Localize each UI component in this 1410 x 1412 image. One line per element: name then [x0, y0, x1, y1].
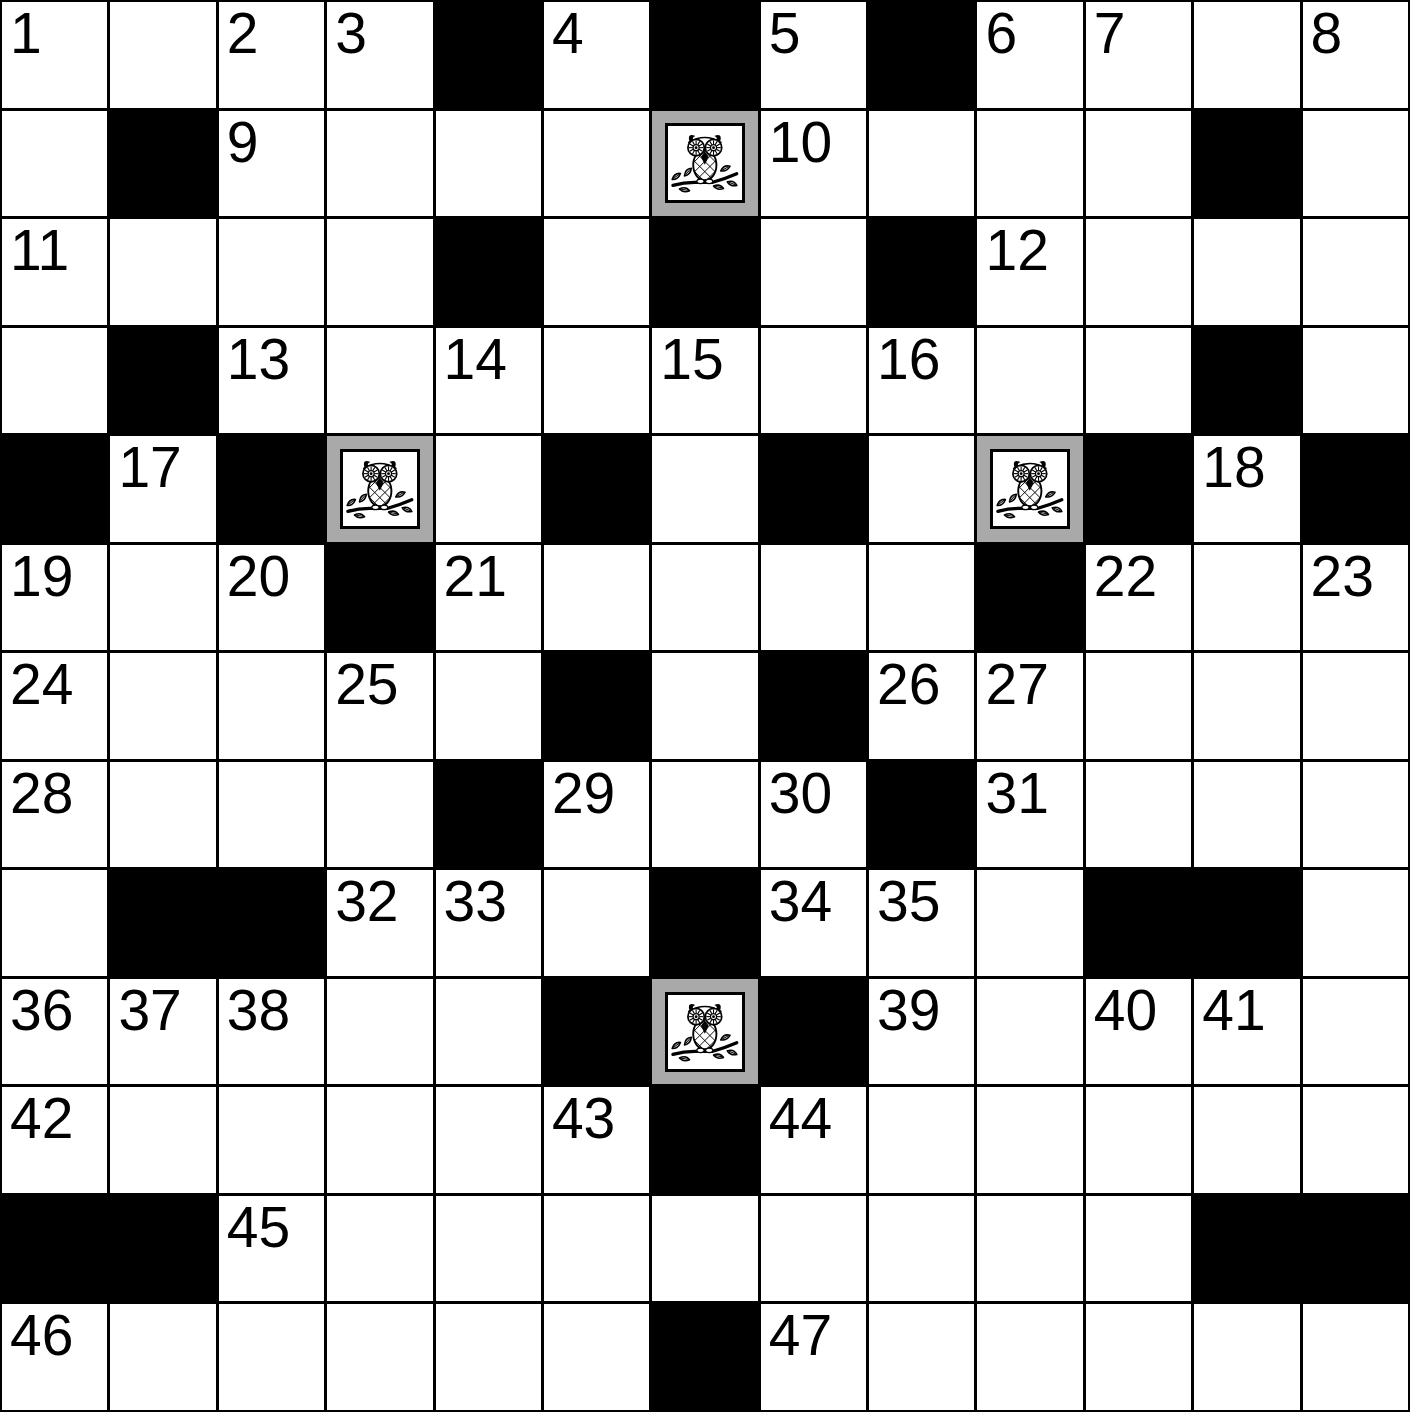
- cell-r7c13[interactable]: [1303, 653, 1408, 759]
- clue-number: 10: [769, 112, 832, 174]
- clue-number: 41: [1202, 980, 1265, 1042]
- black-cell-r5c8: [761, 436, 866, 542]
- clue-number: 35: [877, 871, 940, 933]
- cell-r12c9[interactable]: [869, 1196, 974, 1302]
- clue-number: 17: [118, 437, 181, 499]
- clue-number: 24: [10, 654, 73, 716]
- cell-r3c13[interactable]: [1303, 219, 1408, 325]
- black-cell-r11c7: [652, 1087, 757, 1193]
- black-cell-r3c9: [869, 219, 974, 325]
- black-cell-r1c5: [436, 2, 541, 108]
- cell-r8c10[interactable]: 31: [977, 762, 1082, 868]
- clue-number: 26: [877, 654, 940, 716]
- cell-r13c10[interactable]: [977, 1304, 1082, 1410]
- cell-r2c5[interactable]: [436, 111, 541, 217]
- cell-r8c8[interactable]: 30: [761, 762, 866, 868]
- cell-r13c12[interactable]: [1194, 1304, 1299, 1410]
- clue-number: 33: [444, 871, 507, 933]
- clue-number: 27: [985, 654, 1048, 716]
- clue-number: 34: [769, 871, 832, 933]
- cell-r6c9[interactable]: [869, 545, 974, 651]
- clue-number: 29: [552, 763, 615, 825]
- black-cell-r12c1: [2, 1196, 107, 1302]
- cell-r9c6[interactable]: [544, 870, 649, 976]
- black-cell-r6c10: [977, 545, 1082, 651]
- cell-r11c2[interactable]: [110, 1087, 215, 1193]
- cell-r4c7[interactable]: 15: [652, 328, 757, 434]
- cell-r6c11[interactable]: 22: [1086, 545, 1191, 651]
- cell-r1c13[interactable]: 8: [1303, 2, 1408, 108]
- clue-number: 8: [1311, 3, 1343, 65]
- cell-r12c6[interactable]: [544, 1196, 649, 1302]
- owl-cell-r10c7: [652, 979, 757, 1085]
- cell-r8c3[interactable]: [219, 762, 324, 868]
- cell-r1c2[interactable]: [110, 2, 215, 108]
- cell-r12c4[interactable]: [327, 1196, 432, 1302]
- cell-r10c5[interactable]: [436, 979, 541, 1085]
- black-cell-r5c3: [219, 436, 324, 542]
- cell-r6c12[interactable]: [1194, 545, 1299, 651]
- cell-r3c12[interactable]: [1194, 219, 1299, 325]
- cell-r8c11[interactable]: [1086, 762, 1191, 868]
- cell-r12c8[interactable]: [761, 1196, 866, 1302]
- cell-r1c3[interactable]: 2: [219, 2, 324, 108]
- cell-r11c5[interactable]: [436, 1087, 541, 1193]
- cell-r4c5[interactable]: 14: [436, 328, 541, 434]
- cell-r7c9[interactable]: 26: [869, 653, 974, 759]
- cell-r12c10[interactable]: [977, 1196, 1082, 1302]
- cell-r9c9[interactable]: 35: [869, 870, 974, 976]
- cell-r6c7[interactable]: [652, 545, 757, 651]
- black-cell-r12c2: [110, 1196, 215, 1302]
- black-cell-r9c7: [652, 870, 757, 976]
- black-cell-r7c8: [761, 653, 866, 759]
- black-cell-r2c2: [110, 111, 215, 217]
- clue-number: 30: [769, 763, 832, 825]
- cell-r9c5[interactable]: 33: [436, 870, 541, 976]
- black-cell-r5c13: [1303, 436, 1408, 542]
- cell-r11c11[interactable]: [1086, 1087, 1191, 1193]
- cell-r3c2[interactable]: [110, 219, 215, 325]
- cell-r2c11[interactable]: [1086, 111, 1191, 217]
- cell-r11c12[interactable]: [1194, 1087, 1299, 1193]
- cell-r2c1[interactable]: [2, 111, 107, 217]
- black-cell-r5c11: [1086, 436, 1191, 542]
- cell-r2c8[interactable]: 10: [761, 111, 866, 217]
- black-cell-r9c3: [219, 870, 324, 976]
- black-cell-r5c6: [544, 436, 649, 542]
- crossword-grid: 123456789: [0, 0, 1410, 1412]
- cell-r11c1[interactable]: 42: [2, 1087, 107, 1193]
- cell-r13c6[interactable]: [544, 1304, 649, 1410]
- clue-number: 38: [227, 980, 290, 1042]
- clue-number: 36: [10, 980, 73, 1042]
- cell-r6c6[interactable]: [544, 545, 649, 651]
- cell-r10c10[interactable]: [977, 979, 1082, 1085]
- black-cell-r2c12: [1194, 111, 1299, 217]
- clue-number: 42: [10, 1088, 73, 1150]
- black-cell-r4c2: [110, 328, 215, 434]
- cell-r11c13[interactable]: [1303, 1087, 1408, 1193]
- black-cell-r8c9: [869, 762, 974, 868]
- cell-r9c1[interactable]: [2, 870, 107, 976]
- cell-r7c3[interactable]: [219, 653, 324, 759]
- cell-r4c13[interactable]: [1303, 328, 1408, 434]
- cell-r3c11[interactable]: [1086, 219, 1191, 325]
- cell-r7c11[interactable]: [1086, 653, 1191, 759]
- cell-r1c1[interactable]: 1: [2, 2, 107, 108]
- cell-r3c4[interactable]: [327, 219, 432, 325]
- cell-r8c13[interactable]: [1303, 762, 1408, 868]
- cell-r13c3[interactable]: [219, 1304, 324, 1410]
- clue-number: 12: [985, 220, 1048, 282]
- cell-r12c11[interactable]: [1086, 1196, 1191, 1302]
- owl-icon: [995, 454, 1065, 524]
- cell-r3c10[interactable]: 12: [977, 219, 1082, 325]
- clue-number: 3: [335, 3, 367, 65]
- cell-r1c8[interactable]: 5: [761, 2, 866, 108]
- black-cell-r9c11: [1086, 870, 1191, 976]
- clue-number: 40: [1094, 980, 1157, 1042]
- clue-number: 15: [660, 329, 723, 391]
- clue-number: 1: [10, 3, 42, 65]
- owl-frame: [340, 449, 420, 529]
- clue-number: 44: [769, 1088, 832, 1150]
- cell-r13c13[interactable]: [1303, 1304, 1408, 1410]
- owl-cell-r5c10: [977, 436, 1082, 542]
- cell-r4c10[interactable]: [977, 328, 1082, 434]
- cell-r5c7[interactable]: [652, 436, 757, 542]
- cell-r13c1[interactable]: 46: [2, 1304, 107, 1410]
- cell-r4c8[interactable]: [761, 328, 866, 434]
- black-cell-r7c6: [544, 653, 649, 759]
- cell-r11c4[interactable]: [327, 1087, 432, 1193]
- cell-r10c3[interactable]: 38: [219, 979, 324, 1085]
- cell-r2c13[interactable]: [1303, 111, 1408, 217]
- cell-r6c13[interactable]: 23: [1303, 545, 1408, 651]
- cell-r13c4[interactable]: [327, 1304, 432, 1410]
- black-cell-r9c12: [1194, 870, 1299, 976]
- cell-r13c8[interactable]: 47: [761, 1304, 866, 1410]
- cell-r9c8[interactable]: 34: [761, 870, 866, 976]
- clue-number: 37: [118, 980, 181, 1042]
- cell-r10c9[interactable]: 39: [869, 979, 974, 1085]
- black-cell-r12c12: [1194, 1196, 1299, 1302]
- owl-cell-r5c4: [327, 436, 432, 542]
- owl-frame: [990, 449, 1070, 529]
- cell-r4c1[interactable]: [2, 328, 107, 434]
- cell-r2c6[interactable]: [544, 111, 649, 217]
- cell-r10c13[interactable]: [1303, 979, 1408, 1085]
- clue-number: 9: [227, 112, 259, 174]
- cell-r2c9[interactable]: [869, 111, 974, 217]
- black-cell-r10c6: [544, 979, 649, 1085]
- clue-number: 46: [10, 1305, 73, 1367]
- cell-r7c7[interactable]: [652, 653, 757, 759]
- cell-r10c1[interactable]: 36: [2, 979, 107, 1085]
- clue-number: 45: [227, 1197, 290, 1259]
- cell-r2c3[interactable]: 9: [219, 111, 324, 217]
- clue-number: 4: [552, 3, 584, 65]
- black-cell-r5c1: [2, 436, 107, 542]
- cell-r3c3[interactable]: [219, 219, 324, 325]
- black-cell-r8c5: [436, 762, 541, 868]
- cell-r3c1[interactable]: 11: [2, 219, 107, 325]
- cell-r6c1[interactable]: 19: [2, 545, 107, 651]
- clue-number: 31: [985, 763, 1048, 825]
- cell-r13c2[interactable]: [110, 1304, 215, 1410]
- cell-r13c5[interactable]: [436, 1304, 541, 1410]
- cell-r10c12[interactable]: 41: [1194, 979, 1299, 1085]
- cell-r1c11[interactable]: 7: [1086, 2, 1191, 108]
- cell-r4c4[interactable]: [327, 328, 432, 434]
- cell-r3c6[interactable]: [544, 219, 649, 325]
- cell-r7c10[interactable]: 27: [977, 653, 1082, 759]
- cell-r10c4[interactable]: [327, 979, 432, 1085]
- cell-r12c3[interactable]: 45: [219, 1196, 324, 1302]
- clue-number: 2: [227, 3, 259, 65]
- cell-r9c13[interactable]: [1303, 870, 1408, 976]
- cell-r3c8[interactable]: [761, 219, 866, 325]
- owl-icon: [670, 128, 740, 198]
- cell-r7c1[interactable]: 24: [2, 653, 107, 759]
- cell-r13c11[interactable]: [1086, 1304, 1191, 1410]
- owl-frame: [665, 123, 745, 203]
- owl-icon: [670, 997, 740, 1067]
- cell-r5c5[interactable]: [436, 436, 541, 542]
- clue-number: 28: [10, 763, 73, 825]
- cell-r7c5[interactable]: [436, 653, 541, 759]
- cell-r4c3[interactable]: 13: [219, 328, 324, 434]
- clue-number: 43: [552, 1088, 615, 1150]
- cell-r2c4[interactable]: [327, 111, 432, 217]
- clue-number: 6: [985, 3, 1017, 65]
- cell-r4c9[interactable]: 16: [869, 328, 974, 434]
- black-cell-r1c9: [869, 2, 974, 108]
- black-cell-r13c7: [652, 1304, 757, 1410]
- cell-r10c11[interactable]: 40: [1086, 979, 1191, 1085]
- clue-number: 47: [769, 1305, 832, 1367]
- owl-frame: [665, 992, 745, 1072]
- clue-number: 7: [1094, 3, 1126, 65]
- cell-r10c2[interactable]: 37: [110, 979, 215, 1085]
- cell-r6c5[interactable]: 21: [436, 545, 541, 651]
- cell-r5c12[interactable]: 18: [1194, 436, 1299, 542]
- clue-number: 19: [10, 546, 73, 608]
- clue-number: 13: [227, 329, 290, 391]
- cell-r1c12[interactable]: [1194, 2, 1299, 108]
- cell-r9c4[interactable]: 32: [327, 870, 432, 976]
- cell-r12c5[interactable]: [436, 1196, 541, 1302]
- black-cell-r4c12: [1194, 328, 1299, 434]
- cell-r7c2[interactable]: [110, 653, 215, 759]
- cell-r6c8[interactable]: [761, 545, 866, 651]
- cell-r11c3[interactable]: [219, 1087, 324, 1193]
- cell-r8c12[interactable]: [1194, 762, 1299, 868]
- black-cell-r10c8: [761, 979, 866, 1085]
- cell-r9c10[interactable]: [977, 870, 1082, 976]
- owl-cell-r2c7: [652, 111, 757, 217]
- cell-r1c4[interactable]: 3: [327, 2, 432, 108]
- clue-number: 11: [10, 220, 69, 282]
- clue-number: 20: [227, 546, 290, 608]
- cell-r5c2[interactable]: 17: [110, 436, 215, 542]
- cell-r8c7[interactable]: [652, 762, 757, 868]
- cell-r8c1[interactable]: 28: [2, 762, 107, 868]
- black-cell-r1c7: [652, 2, 757, 108]
- clue-number: 16: [877, 329, 940, 391]
- cell-r11c10[interactable]: [977, 1087, 1082, 1193]
- cell-r1c10[interactable]: 6: [977, 2, 1082, 108]
- clue-number: 25: [335, 654, 398, 716]
- cell-r8c2[interactable]: [110, 762, 215, 868]
- black-cell-r12c13: [1303, 1196, 1408, 1302]
- cell-r13c9[interactable]: [869, 1304, 974, 1410]
- clue-number: 39: [877, 980, 940, 1042]
- cell-r5c9[interactable]: [869, 436, 974, 542]
- cell-r12c7[interactable]: [652, 1196, 757, 1302]
- clue-number: 32: [335, 871, 398, 933]
- clue-number: 14: [444, 329, 507, 391]
- black-cell-r9c2: [110, 870, 215, 976]
- cell-r8c6[interactable]: 29: [544, 762, 649, 868]
- black-cell-r6c4: [327, 545, 432, 651]
- clue-number: 23: [1311, 546, 1374, 608]
- cell-r8c4[interactable]: [327, 762, 432, 868]
- cell-r11c6[interactable]: 43: [544, 1087, 649, 1193]
- cell-r1c6[interactable]: 4: [544, 2, 649, 108]
- clue-number: 22: [1094, 546, 1157, 608]
- cell-r7c4[interactable]: 25: [327, 653, 432, 759]
- clue-number: 21: [444, 546, 507, 608]
- cell-r11c9[interactable]: [869, 1087, 974, 1193]
- cell-r6c2[interactable]: [110, 545, 215, 651]
- clue-number: 5: [769, 3, 801, 65]
- cell-r2c10[interactable]: [977, 111, 1082, 217]
- cell-r4c11[interactable]: [1086, 328, 1191, 434]
- black-cell-r3c5: [436, 219, 541, 325]
- cell-r7c12[interactable]: [1194, 653, 1299, 759]
- cell-r4c6[interactable]: [544, 328, 649, 434]
- clue-number: 18: [1202, 437, 1265, 499]
- cell-r11c8[interactable]: 44: [761, 1087, 866, 1193]
- cell-r6c3[interactable]: 20: [219, 545, 324, 651]
- black-cell-r3c7: [652, 219, 757, 325]
- owl-icon: [345, 454, 415, 524]
